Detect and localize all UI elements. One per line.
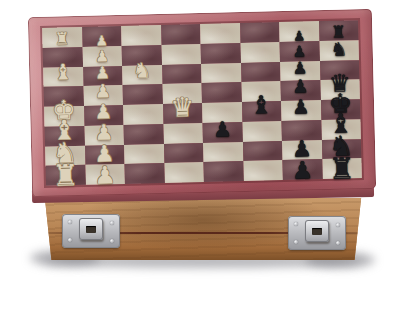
piece-slot — [122, 76, 162, 96]
piece-slot — [161, 58, 201, 76]
chess-board: ♜♟♟♜♟♟♞♝♟♞♟♟♟♛♚♟♛♝♟♚♝♟♟♝♞♟♟♞♜♟♟♜ — [28, 9, 376, 197]
piece-slot: ♟ — [280, 55, 320, 73]
latch-right — [288, 214, 346, 254]
latch-screw — [68, 220, 72, 224]
chess-piece: ♜ — [52, 162, 79, 189]
latch-left — [62, 212, 120, 252]
piece-slot — [242, 113, 282, 135]
piece-slot: ♟ — [280, 73, 320, 93]
piece-slot — [240, 22, 280, 40]
piece-slot: ♜ — [42, 27, 82, 45]
piece-slot — [281, 113, 321, 135]
piece-slot: ♝ — [241, 93, 281, 115]
piece-slot — [161, 24, 201, 42]
piece-slot: ♟ — [85, 161, 125, 185]
pieces-layer: ♜♟♟♜♟♟♞♝♟♞♟♟♟♛♚♟♛♝♟♚♝♟♟♝♞♟♟♞♜♟♟♜ — [42, 20, 362, 186]
checkerboard: ♜♟♟♜♟♟♞♝♟♞♟♟♟♛♚♟♛♝♟♚♝♟♟♝♞♟♟♞♜♟♟♜ — [42, 20, 362, 186]
chess-piece: ♟ — [291, 161, 313, 183]
piece-slot: ♜ — [322, 155, 362, 179]
piece-slot: ♞ — [319, 37, 359, 55]
latch-slot — [312, 228, 322, 235]
piece-slot: ♟ — [84, 117, 124, 139]
piece-slot: ♟ — [82, 43, 122, 61]
piece-slot — [163, 137, 203, 160]
chess-piece: ♟ — [94, 166, 116, 188]
piece-slot: ♟ — [84, 139, 124, 162]
piece-slot — [202, 94, 242, 116]
piece-slot: ♟ — [83, 96, 123, 118]
latch-screw — [336, 241, 340, 245]
piece-slot — [163, 115, 203, 137]
piece-slot — [123, 116, 163, 138]
piece-slot: ♟ — [83, 77, 123, 97]
piece-slot: ♟ — [202, 114, 242, 136]
chess-set-photo: ♜♟♟♜♟♟♞♝♟♞♟♟♟♛♚♟♛♝♟♚♝♟♟♝♞♟♟♞♜♟♟♜ — [0, 0, 400, 323]
latch-slot — [86, 226, 96, 233]
chess-piece: ♜ — [328, 155, 355, 182]
piece-slot — [240, 39, 280, 57]
latch-screw — [110, 239, 114, 243]
piece-slot: ♞ — [122, 59, 162, 77]
latch-screw — [294, 222, 298, 226]
piece-slot — [201, 57, 241, 75]
piece-slot — [124, 138, 164, 161]
piece-slot — [161, 41, 201, 59]
latch-hasp — [79, 218, 103, 240]
piece-slot: ♟ — [279, 38, 319, 56]
piece-slot: ♛ — [162, 95, 202, 117]
piece-slot — [242, 135, 282, 158]
piece-slot — [243, 157, 283, 181]
piece-slot — [124, 160, 164, 184]
piece-slot — [240, 56, 280, 74]
piece-slot: ♟ — [282, 156, 322, 180]
piece-slot: ♝ — [43, 61, 83, 79]
piece-slot: ♜ — [45, 162, 85, 186]
latch-screw — [294, 240, 298, 244]
piece-slot: ♟ — [282, 134, 322, 157]
piece-slot: ♟ — [82, 60, 122, 78]
piece-slot: ♟ — [82, 26, 122, 44]
piece-slot — [123, 96, 163, 118]
latch-screw — [110, 221, 114, 225]
latch-screw — [68, 238, 72, 242]
latch-screw — [336, 223, 340, 227]
piece-slot — [200, 40, 240, 58]
piece-slot — [200, 23, 240, 41]
piece-slot: ♟ — [281, 92, 321, 114]
piece-slot — [203, 136, 243, 159]
piece-slot — [164, 159, 204, 183]
piece-slot — [203, 158, 243, 182]
piece-slot — [201, 75, 241, 95]
piece-slot: ♟ — [279, 21, 319, 39]
piece-slot: ♜ — [319, 20, 359, 38]
latch-hasp — [305, 220, 329, 242]
piece-slot — [121, 25, 161, 43]
